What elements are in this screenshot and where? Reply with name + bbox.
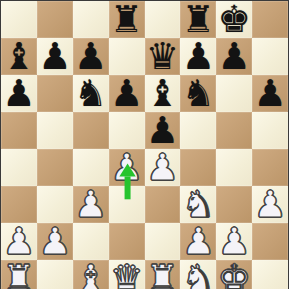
- square-d6[interactable]: ♟: [109, 75, 145, 112]
- square-d3[interactable]: [109, 186, 145, 223]
- piece-black-pawn-h6[interactable]: ♟: [253, 75, 286, 112]
- square-e5[interactable]: ♟: [145, 112, 181, 149]
- piece-white-bishop-c1[interactable]: ♝: [74, 260, 107, 289]
- square-h1[interactable]: [252, 260, 288, 289]
- piece-black-rook-f8[interactable]: ♜: [182, 1, 215, 38]
- square-c1[interactable]: ♝: [73, 260, 109, 289]
- square-b8[interactable]: [37, 1, 73, 38]
- piece-black-pawn-g7[interactable]: ♟: [218, 38, 251, 75]
- piece-black-pawn-f7[interactable]: ♟: [182, 38, 215, 75]
- square-h6[interactable]: ♟: [252, 75, 288, 112]
- square-a3[interactable]: [1, 186, 37, 223]
- piece-black-knight-c6[interactable]: ♞: [74, 75, 107, 112]
- square-b7[interactable]: ♟: [37, 38, 73, 75]
- square-g3[interactable]: [216, 186, 252, 223]
- square-b4[interactable]: [37, 149, 73, 186]
- square-c3[interactable]: ♟: [73, 186, 109, 223]
- piece-black-bishop-e6[interactable]: ♝: [146, 75, 179, 112]
- square-e8[interactable]: [145, 1, 181, 38]
- square-c4[interactable]: [73, 149, 109, 186]
- square-h4[interactable]: [252, 149, 288, 186]
- piece-white-pawn-e4[interactable]: ♟: [146, 149, 179, 186]
- square-c2[interactable]: [73, 223, 109, 260]
- piece-black-knight-f6[interactable]: ♞: [182, 75, 215, 112]
- chess-board-container: ♜♜♚♝♟♟♛♟♟♟♞♟♝♞♟♟♟♟♟♞♟♟♟♟♟♜♝♛♜♞♚: [0, 0, 289, 289]
- square-g5[interactable]: [216, 112, 252, 149]
- square-b3[interactable]: [37, 186, 73, 223]
- square-a6[interactable]: ♟: [1, 75, 37, 112]
- piece-white-king-g1[interactable]: ♚: [218, 260, 251, 289]
- square-e3[interactable]: [145, 186, 181, 223]
- square-a8[interactable]: [1, 1, 37, 38]
- square-b2[interactable]: ♟: [37, 223, 73, 260]
- piece-black-pawn-a6[interactable]: ♟: [2, 75, 35, 112]
- square-g1[interactable]: ♚: [216, 260, 252, 289]
- square-b1[interactable]: [37, 260, 73, 289]
- square-h5[interactable]: [252, 112, 288, 149]
- piece-white-pawn-c3[interactable]: ♟: [74, 186, 107, 223]
- piece-white-knight-f3[interactable]: ♞: [182, 186, 215, 223]
- square-d4[interactable]: ♟: [109, 149, 145, 186]
- square-g8[interactable]: ♚: [216, 1, 252, 38]
- square-e4[interactable]: ♟: [145, 149, 181, 186]
- square-c6[interactable]: ♞: [73, 75, 109, 112]
- square-f1[interactable]: ♞: [180, 260, 216, 289]
- piece-white-pawn-d4[interactable]: ♟: [110, 149, 143, 186]
- square-c8[interactable]: [73, 1, 109, 38]
- chess-board: ♜♜♚♝♟♟♛♟♟♟♞♟♝♞♟♟♟♟♟♞♟♟♟♟♟♜♝♛♜♞♚: [1, 1, 288, 288]
- piece-white-pawn-g2[interactable]: ♟: [218, 223, 251, 260]
- square-a1[interactable]: ♜: [1, 260, 37, 289]
- piece-black-pawn-b7[interactable]: ♟: [38, 38, 71, 75]
- square-g6[interactable]: [216, 75, 252, 112]
- square-g4[interactable]: [216, 149, 252, 186]
- square-a2[interactable]: ♟: [1, 223, 37, 260]
- square-f6[interactable]: ♞: [180, 75, 216, 112]
- square-f5[interactable]: [180, 112, 216, 149]
- piece-white-rook-e1[interactable]: ♜: [146, 260, 179, 289]
- square-d1[interactable]: ♛: [109, 260, 145, 289]
- piece-white-pawn-a2[interactable]: ♟: [2, 223, 35, 260]
- square-b5[interactable]: [37, 112, 73, 149]
- piece-white-pawn-f2[interactable]: ♟: [182, 223, 215, 260]
- piece-white-queen-d1[interactable]: ♛: [110, 260, 143, 289]
- piece-white-pawn-b2[interactable]: ♟: [38, 223, 71, 260]
- square-g2[interactable]: ♟: [216, 223, 252, 260]
- square-d8[interactable]: ♜: [109, 1, 145, 38]
- square-g7[interactable]: ♟: [216, 38, 252, 75]
- piece-white-pawn-h3[interactable]: ♟: [253, 186, 286, 223]
- square-c7[interactable]: ♟: [73, 38, 109, 75]
- piece-black-king-g8[interactable]: ♚: [218, 1, 251, 38]
- square-d7[interactable]: [109, 38, 145, 75]
- square-f4[interactable]: [180, 149, 216, 186]
- square-a5[interactable]: [1, 112, 37, 149]
- square-h2[interactable]: [252, 223, 288, 260]
- square-c5[interactable]: [73, 112, 109, 149]
- square-d2[interactable]: [109, 223, 145, 260]
- piece-white-knight-f1[interactable]: ♞: [182, 260, 215, 289]
- square-e7[interactable]: ♛: [145, 38, 181, 75]
- square-f2[interactable]: ♟: [180, 223, 216, 260]
- piece-black-pawn-d6[interactable]: ♟: [110, 75, 143, 112]
- square-e6[interactable]: ♝: [145, 75, 181, 112]
- square-h8[interactable]: [252, 1, 288, 38]
- piece-white-rook-a1[interactable]: ♜: [2, 260, 35, 289]
- square-h3[interactable]: ♟: [252, 186, 288, 223]
- square-d5[interactable]: [109, 112, 145, 149]
- square-f8[interactable]: ♜: [180, 1, 216, 38]
- square-e1[interactable]: ♜: [145, 260, 181, 289]
- square-f3[interactable]: ♞: [180, 186, 216, 223]
- square-b6[interactable]: [37, 75, 73, 112]
- piece-black-pawn-e5[interactable]: ♟: [146, 112, 179, 149]
- piece-black-rook-d8[interactable]: ♜: [110, 1, 143, 38]
- piece-black-pawn-c7[interactable]: ♟: [74, 38, 107, 75]
- square-h7[interactable]: [252, 38, 288, 75]
- square-a7[interactable]: ♝: [1, 38, 37, 75]
- square-a4[interactable]: [1, 149, 37, 186]
- piece-black-queen-e7[interactable]: ♛: [146, 38, 179, 75]
- square-e2[interactable]: [145, 223, 181, 260]
- square-f7[interactable]: ♟: [180, 38, 216, 75]
- piece-black-bishop-a7[interactable]: ♝: [2, 38, 35, 75]
